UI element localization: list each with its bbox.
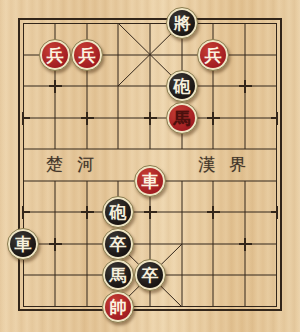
piece-glyph: 車 — [137, 168, 163, 194]
piece-red-車[interactable]: 車 — [134, 165, 166, 197]
point-marker — [144, 112, 157, 125]
piece-black-車[interactable]: 車 — [7, 228, 39, 260]
point-marker — [207, 206, 220, 219]
point-marker — [271, 112, 284, 125]
piece-glyph: 砲 — [169, 73, 195, 99]
point-marker — [144, 206, 157, 219]
piece-glyph: 砲 — [105, 199, 131, 225]
point-marker — [17, 206, 30, 219]
piece-glyph: 將 — [169, 10, 195, 36]
piece-black-砲[interactable]: 砲 — [102, 196, 134, 228]
point-marker — [207, 112, 220, 125]
river-label-left: 楚河 — [46, 153, 108, 175]
point-marker — [49, 238, 62, 251]
piece-red-兵[interactable]: 兵 — [71, 39, 103, 71]
piece-red-兵[interactable]: 兵 — [39, 39, 71, 71]
point-marker — [239, 238, 252, 251]
piece-black-砲[interactable]: 砲 — [166, 70, 198, 102]
river-label-right: 漢界 — [198, 153, 260, 175]
piece-glyph: 帥 — [105, 294, 131, 320]
piece-glyph: 兵 — [42, 42, 68, 68]
piece-glyph: 馬 — [169, 105, 195, 131]
piece-black-卒[interactable]: 卒 — [134, 259, 166, 291]
xiangqi-board: 楚河 漢界 將兵兵兵砲馬車砲車卒馬卒帥 — [0, 0, 300, 332]
piece-red-兵[interactable]: 兵 — [197, 39, 229, 71]
piece-glyph: 馬 — [105, 262, 131, 288]
point-marker — [271, 206, 284, 219]
piece-glyph: 兵 — [74, 42, 100, 68]
point-marker — [81, 112, 94, 125]
point-marker — [17, 112, 30, 125]
piece-glyph: 車 — [10, 231, 36, 257]
piece-black-馬[interactable]: 馬 — [102, 259, 134, 291]
piece-glyph: 卒 — [137, 262, 163, 288]
piece-black-卒[interactable]: 卒 — [102, 228, 134, 260]
piece-black-將[interactable]: 將 — [166, 7, 198, 39]
piece-glyph: 卒 — [105, 231, 131, 257]
point-marker — [81, 206, 94, 219]
point-marker — [239, 80, 252, 93]
piece-glyph: 兵 — [200, 42, 226, 68]
piece-red-帥[interactable]: 帥 — [102, 291, 134, 323]
point-marker — [49, 80, 62, 93]
piece-red-馬[interactable]: 馬 — [166, 102, 198, 134]
